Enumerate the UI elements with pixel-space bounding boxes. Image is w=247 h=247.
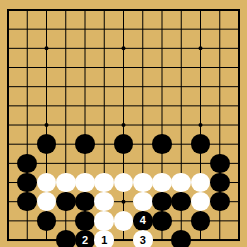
black-stone — [210, 192, 230, 212]
black-stone — [191, 134, 211, 154]
black-stone — [152, 134, 172, 154]
black-stone — [210, 173, 230, 193]
black-stone — [191, 211, 211, 231]
white-stone — [191, 192, 211, 212]
black-stone — [75, 192, 95, 212]
move-2-stone: 2 — [75, 230, 95, 247]
white-stone — [37, 192, 57, 212]
black-stone — [17, 192, 37, 212]
move-number-label: 2 — [82, 235, 88, 246]
black-stone — [17, 154, 37, 174]
move-3-stone: 3 — [133, 230, 153, 247]
white-stone — [114, 211, 134, 231]
black-stone — [210, 154, 230, 174]
move-4-stone: 4 — [133, 211, 153, 231]
white-stone — [56, 173, 76, 193]
white-stone — [171, 173, 191, 193]
black-stone — [17, 173, 37, 193]
black-stone — [37, 211, 57, 231]
black-stone — [114, 134, 134, 154]
white-stone — [191, 173, 211, 193]
white-stone — [94, 192, 114, 212]
white-stone — [133, 173, 153, 193]
black-stone — [171, 230, 191, 247]
white-stone — [94, 173, 114, 193]
white-stone — [114, 173, 134, 193]
black-stone — [152, 211, 172, 231]
white-stone — [75, 173, 95, 193]
move-number-label: 4 — [140, 215, 146, 226]
black-stone — [37, 134, 57, 154]
black-stone — [56, 192, 76, 212]
black-stone — [152, 192, 172, 212]
black-stone — [171, 192, 191, 212]
move-number-label: 3 — [140, 235, 146, 246]
black-stone — [75, 211, 95, 231]
go-board[interactable]: 4213 — [0, 0, 247, 247]
white-stone — [37, 173, 57, 193]
move-1-stone: 1 — [94, 230, 114, 247]
black-stone — [75, 134, 95, 154]
black-stone — [56, 230, 76, 247]
white-stone — [152, 173, 172, 193]
move-number-label: 1 — [101, 235, 107, 246]
white-stone — [133, 192, 153, 212]
stone-layer: 4213 — [0, 0, 247, 247]
white-stone — [94, 211, 114, 231]
